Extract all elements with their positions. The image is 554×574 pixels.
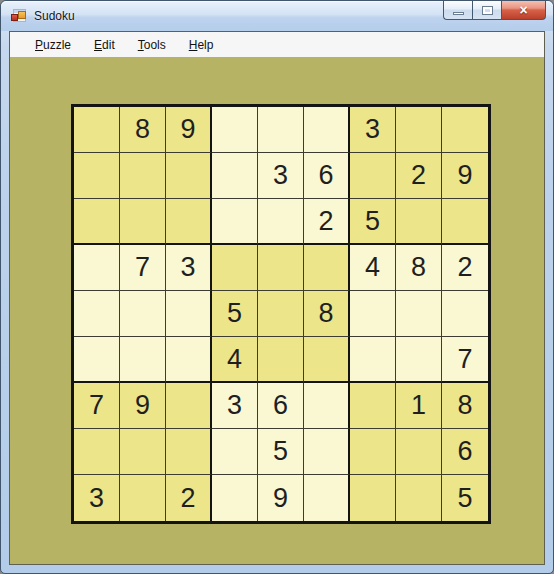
cell-r5c5[interactable] (258, 291, 304, 337)
cell-r2c7[interactable] (350, 153, 396, 199)
cell-r7c9[interactable]: 8 (442, 383, 488, 429)
cell-r4c6[interactable] (304, 245, 350, 291)
menu-item-tools[interactable]: Tools (128, 35, 176, 55)
cell-r5c1[interactable] (74, 291, 120, 337)
cell-r1c9[interactable] (442, 107, 488, 153)
cell-r5c9[interactable] (442, 291, 488, 337)
cell-r6c5[interactable] (258, 337, 304, 383)
cell-r9c2[interactable] (120, 475, 166, 521)
cell-r9c1[interactable]: 3 (74, 475, 120, 521)
cell-r8c4[interactable] (212, 429, 258, 475)
cell-r1c3[interactable]: 9 (166, 107, 212, 153)
cell-r3c1[interactable] (74, 199, 120, 245)
cell-r9c8[interactable] (396, 475, 442, 521)
cell-r1c1[interactable] (74, 107, 120, 153)
cell-r6c7[interactable] (350, 337, 396, 383)
cell-r6c4[interactable]: 4 (212, 337, 258, 383)
cell-r3c8[interactable] (396, 199, 442, 245)
cell-r2c2[interactable] (120, 153, 166, 199)
cell-r7c5[interactable]: 6 (258, 383, 304, 429)
cell-r3c6[interactable]: 2 (304, 199, 350, 245)
sudoku-board: 893362925734825847793618563295 (71, 104, 491, 524)
maximize-button[interactable] (472, 1, 501, 20)
cell-r3c9[interactable] (442, 199, 488, 245)
minimize-button[interactable] (443, 1, 472, 20)
client-area: PuzzleEditToolsHelp 89336292573482584779… (9, 31, 545, 565)
window-controls: × (443, 1, 546, 20)
cell-r3c4[interactable] (212, 199, 258, 245)
cell-r9c5[interactable]: 9 (258, 475, 304, 521)
cell-r7c2[interactable]: 9 (120, 383, 166, 429)
cell-r7c3[interactable] (166, 383, 212, 429)
app-icon (11, 8, 28, 24)
menu-bar: PuzzleEditToolsHelp (10, 32, 544, 57)
app-window: Sudoku × PuzzleEditToolsHelp 89336292573… (0, 0, 554, 574)
cell-r3c2[interactable] (120, 199, 166, 245)
cell-r1c4[interactable] (212, 107, 258, 153)
cell-r8c7[interactable] (350, 429, 396, 475)
cell-r3c5[interactable] (258, 199, 304, 245)
cell-r3c7[interactable]: 5 (350, 199, 396, 245)
cell-r8c3[interactable] (166, 429, 212, 475)
cell-r9c6[interactable] (304, 475, 350, 521)
cell-r8c5[interactable]: 5 (258, 429, 304, 475)
close-icon: × (519, 3, 527, 17)
cell-r6c8[interactable] (396, 337, 442, 383)
cell-r6c2[interactable] (120, 337, 166, 383)
cell-r2c5[interactable]: 3 (258, 153, 304, 199)
cell-r1c6[interactable] (304, 107, 350, 153)
cell-r4c8[interactable]: 8 (396, 245, 442, 291)
cell-r2c9[interactable]: 9 (442, 153, 488, 199)
cell-r5c3[interactable] (166, 291, 212, 337)
cell-r4c4[interactable] (212, 245, 258, 291)
cell-r6c6[interactable] (304, 337, 350, 383)
cell-r9c7[interactable] (350, 475, 396, 521)
cell-r8c1[interactable] (74, 429, 120, 475)
window-title: Sudoku (34, 9, 75, 23)
cell-r2c3[interactable] (166, 153, 212, 199)
cell-r5c6[interactable]: 8 (304, 291, 350, 337)
menu-item-puzzle[interactable]: Puzzle (25, 35, 81, 55)
cell-r4c1[interactable] (74, 245, 120, 291)
cell-r7c4[interactable]: 3 (212, 383, 258, 429)
cell-r2c8[interactable]: 2 (396, 153, 442, 199)
cell-r2c1[interactable] (74, 153, 120, 199)
cell-r8c9[interactable]: 6 (442, 429, 488, 475)
minimize-icon (453, 12, 464, 15)
maximize-icon (482, 6, 493, 15)
cell-r4c5[interactable] (258, 245, 304, 291)
cell-r6c1[interactable] (74, 337, 120, 383)
title-bar[interactable]: Sudoku × (1, 1, 553, 31)
cell-r5c8[interactable] (396, 291, 442, 337)
cell-r7c8[interactable]: 1 (396, 383, 442, 429)
cell-r9c4[interactable] (212, 475, 258, 521)
cell-r8c8[interactable] (396, 429, 442, 475)
close-button[interactable]: × (501, 1, 546, 20)
cell-r9c3[interactable]: 2 (166, 475, 212, 521)
menu-item-edit[interactable]: Edit (84, 35, 125, 55)
cell-r5c4[interactable]: 5 (212, 291, 258, 337)
cell-r4c3[interactable]: 3 (166, 245, 212, 291)
cell-r2c4[interactable] (212, 153, 258, 199)
cell-r1c2[interactable]: 8 (120, 107, 166, 153)
cell-r7c7[interactable] (350, 383, 396, 429)
playfield: 893362925734825847793618563295 (10, 57, 544, 564)
cell-r7c6[interactable] (304, 383, 350, 429)
cell-r4c9[interactable]: 2 (442, 245, 488, 291)
cell-r5c2[interactable] (120, 291, 166, 337)
cell-r5c7[interactable] (350, 291, 396, 337)
cell-r9c9[interactable]: 5 (442, 475, 488, 521)
cell-r4c2[interactable]: 7 (120, 245, 166, 291)
cell-r3c3[interactable] (166, 199, 212, 245)
cell-r6c9[interactable]: 7 (442, 337, 488, 383)
cell-r4c7[interactable]: 4 (350, 245, 396, 291)
cell-r2c6[interactable]: 6 (304, 153, 350, 199)
cell-r1c5[interactable] (258, 107, 304, 153)
cell-r8c2[interactable] (120, 429, 166, 475)
cell-r7c1[interactable]: 7 (74, 383, 120, 429)
cell-r8c6[interactable] (304, 429, 350, 475)
cell-r1c7[interactable]: 3 (350, 107, 396, 153)
cell-r6c3[interactable] (166, 337, 212, 383)
menu-item-help[interactable]: Help (179, 35, 224, 55)
cell-r1c8[interactable] (396, 107, 442, 153)
